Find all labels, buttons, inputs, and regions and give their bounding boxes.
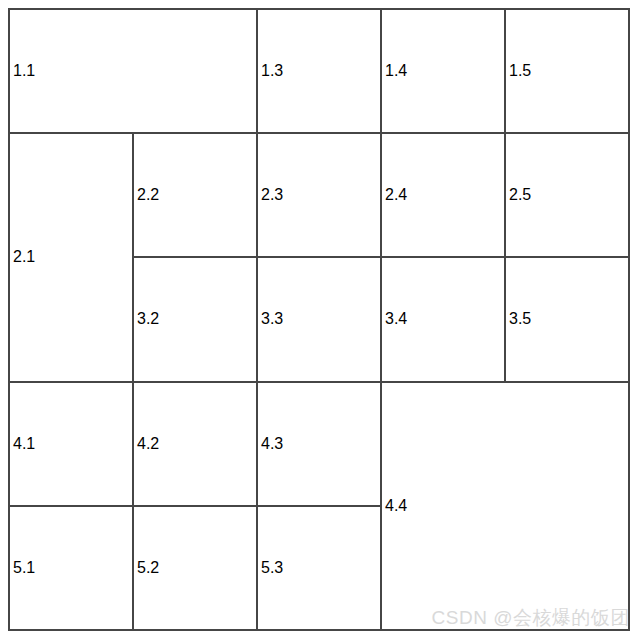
cell-2-5: 2.5 — [505, 133, 629, 257]
cell-3-5: 3.5 — [505, 257, 629, 381]
cell-2-3: 2.3 — [257, 133, 381, 257]
cell-1-5: 1.5 — [505, 9, 629, 133]
cell-3-3: 3.3 — [257, 257, 381, 381]
cell-1-3: 1.3 — [257, 9, 381, 133]
page: 1.1 1.3 1.4 1.5 2.1 2.2 2.3 2.4 2.5 3.2 … — [0, 0, 644, 641]
cell-4-2: 4.2 — [133, 382, 257, 506]
cell-3-4: 3.4 — [381, 257, 505, 381]
cell-3-2: 3.2 — [133, 257, 257, 381]
cell-4-3: 4.3 — [257, 382, 381, 506]
cell-2-2: 2.2 — [133, 133, 257, 257]
cell-1-1: 1.1 — [9, 9, 257, 133]
cell-4-1: 4.1 — [9, 382, 133, 506]
cell-4-4: 4.4 — [381, 382, 629, 630]
merged-cell-table: 1.1 1.3 1.4 1.5 2.1 2.2 2.3 2.4 2.5 3.2 … — [8, 8, 630, 631]
cell-5-3: 5.3 — [257, 506, 381, 630]
cell-5-1: 5.1 — [9, 506, 133, 630]
cell-2-4: 2.4 — [381, 133, 505, 257]
cell-1-4: 1.4 — [381, 9, 505, 133]
cell-5-2: 5.2 — [133, 506, 257, 630]
cell-2-1: 2.1 — [9, 133, 133, 381]
